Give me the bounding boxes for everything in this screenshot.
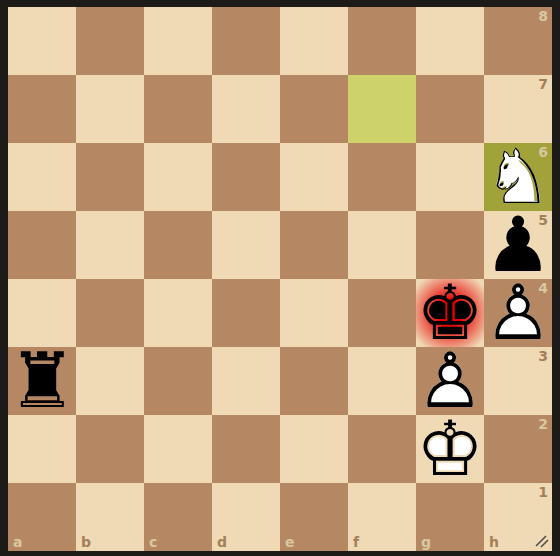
square-h6[interactable]: 6♞♘ [484,143,552,211]
resize-handle-icon[interactable] [533,533,549,548]
square-a6[interactable] [8,143,76,211]
square-e8[interactable] [280,7,348,75]
square-c3[interactable] [144,347,212,415]
square-e2[interactable] [280,415,348,483]
board-frame: 876♞♘5♟♚4♟♙♜♟♙3♚♔2abcdefg1h [0,0,560,556]
square-a8[interactable] [8,7,76,75]
square-d6[interactable] [212,143,280,211]
coord-file-b: b [81,535,91,549]
square-h7[interactable]: 7 [484,75,552,143]
coord-rank-2: 2 [538,417,548,431]
piece-glyph-fill: ♟ [484,211,552,279]
square-h3[interactable]: 3 [484,347,552,415]
square-e3[interactable] [280,347,348,415]
square-c5[interactable] [144,211,212,279]
piece-glyph-outline: ♘ [484,143,552,211]
square-d4[interactable] [212,279,280,347]
square-a5[interactable] [8,211,76,279]
coord-file-c: c [149,535,157,549]
square-d5[interactable] [212,211,280,279]
coord-rank-3: 3 [538,349,548,363]
square-g2[interactable]: ♚♔ [416,415,484,483]
square-c7[interactable] [144,75,212,143]
square-g7[interactable] [416,75,484,143]
square-e1[interactable]: e [280,483,348,551]
piece-black-rook[interactable]: ♜ [8,347,76,415]
piece-white-pawn[interactable]: ♟♙ [416,347,484,415]
square-d8[interactable] [212,7,280,75]
square-g5[interactable] [416,211,484,279]
square-f5[interactable] [348,211,416,279]
square-b6[interactable] [76,143,144,211]
square-b8[interactable] [76,7,144,75]
square-g6[interactable] [416,143,484,211]
square-a2[interactable] [8,415,76,483]
square-d2[interactable] [212,415,280,483]
piece-glyph-outline: ♔ [416,415,484,483]
piece-glyph-outline: ♙ [484,279,552,347]
square-b7[interactable] [76,75,144,143]
square-e6[interactable] [280,143,348,211]
square-f1[interactable]: f [348,483,416,551]
square-c8[interactable] [144,7,212,75]
square-a4[interactable] [8,279,76,347]
coord-file-e: e [285,535,295,549]
square-e5[interactable] [280,211,348,279]
square-c6[interactable] [144,143,212,211]
coord-rank-8: 8 [538,9,548,23]
square-f8[interactable] [348,7,416,75]
piece-black-pawn[interactable]: ♟ [484,211,552,279]
square-e4[interactable] [280,279,348,347]
square-b1[interactable]: b [76,483,144,551]
square-d7[interactable] [212,75,280,143]
square-h1[interactable]: 1h [484,483,552,551]
square-h2[interactable]: 2 [484,415,552,483]
square-a7[interactable] [8,75,76,143]
square-f3[interactable] [348,347,416,415]
piece-black-king[interactable]: ♚ [416,279,484,347]
square-g4[interactable]: ♚ [416,279,484,347]
piece-white-knight[interactable]: ♞♘ [484,143,552,211]
square-d3[interactable] [212,347,280,415]
square-a3[interactable]: ♜ [8,347,76,415]
square-f4[interactable] [348,279,416,347]
coord-file-d: d [217,535,227,549]
square-b3[interactable] [76,347,144,415]
square-f2[interactable] [348,415,416,483]
piece-glyph-outline: ♙ [416,347,484,415]
piece-glyph-fill: ♚ [416,415,484,483]
coord-file-g: g [421,535,431,549]
coord-rank-7: 7 [538,77,548,91]
square-c1[interactable]: c [144,483,212,551]
square-c2[interactable] [144,415,212,483]
square-d1[interactable]: d [212,483,280,551]
piece-glyph-fill: ♞ [484,143,552,211]
square-e7[interactable] [280,75,348,143]
coord-file-h: h [489,535,499,549]
square-g1[interactable]: g [416,483,484,551]
coord-rank-1: 1 [538,485,548,499]
square-h5[interactable]: 5♟ [484,211,552,279]
square-b5[interactable] [76,211,144,279]
square-b4[interactable] [76,279,144,347]
square-b2[interactable] [76,415,144,483]
piece-white-pawn[interactable]: ♟♙ [484,279,552,347]
square-h8[interactable]: 8 [484,7,552,75]
square-g8[interactable] [416,7,484,75]
square-a1[interactable]: a [8,483,76,551]
square-g3[interactable]: ♟♙ [416,347,484,415]
piece-glyph-fill: ♟ [484,279,552,347]
piece-white-king[interactable]: ♚♔ [416,415,484,483]
piece-glyph-fill: ♚ [416,279,484,347]
square-f7[interactable] [348,75,416,143]
piece-glyph-fill: ♟ [416,347,484,415]
square-c4[interactable] [144,279,212,347]
coord-file-f: f [353,535,359,549]
coord-file-a: a [13,535,22,549]
square-f6[interactable] [348,143,416,211]
piece-glyph-fill: ♜ [8,347,76,415]
square-h4[interactable]: 4♟♙ [484,279,552,347]
chess-board: 876♞♘5♟♚4♟♙♜♟♙3♚♔2abcdefg1h [8,7,552,551]
